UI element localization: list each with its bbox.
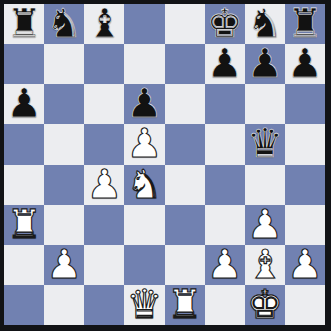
square-a3[interactable]: ♜ <box>4 205 44 245</box>
square-h5[interactable] <box>285 124 325 164</box>
square-e4[interactable] <box>165 165 205 205</box>
square-f3[interactable] <box>205 205 245 245</box>
square-a8[interactable]: ♜ <box>4 4 44 44</box>
black-knight[interactable]: ♞ <box>46 3 82 43</box>
square-h1[interactable] <box>285 285 325 325</box>
square-g6[interactable] <box>245 84 285 124</box>
square-h4[interactable] <box>285 165 325 205</box>
white-rook[interactable]: ♜ <box>167 284 203 324</box>
square-c3[interactable] <box>84 205 124 245</box>
square-d5[interactable]: ♟ <box>124 124 164 164</box>
black-rook[interactable]: ♜ <box>287 3 323 43</box>
square-g5[interactable]: ♛ <box>245 124 285 164</box>
square-d1[interactable]: ♛ <box>124 285 164 325</box>
black-pawn[interactable]: ♟ <box>287 43 323 83</box>
square-e7[interactable] <box>165 44 205 84</box>
square-e2[interactable] <box>165 245 205 285</box>
white-pawn[interactable]: ♟ <box>287 244 323 284</box>
square-g8[interactable]: ♞ <box>245 4 285 44</box>
square-d7[interactable] <box>124 44 164 84</box>
square-a7[interactable] <box>4 44 44 84</box>
square-f7[interactable]: ♟ <box>205 44 245 84</box>
black-bishop[interactable]: ♝ <box>86 3 122 43</box>
square-e5[interactable] <box>165 124 205 164</box>
square-f4[interactable] <box>205 165 245 205</box>
square-e6[interactable] <box>165 84 205 124</box>
square-a6[interactable]: ♟ <box>4 84 44 124</box>
square-e3[interactable] <box>165 205 205 245</box>
white-queen[interactable]: ♛ <box>127 284 163 324</box>
white-pawn[interactable]: ♟ <box>46 244 82 284</box>
square-f2[interactable]: ♟ <box>205 245 245 285</box>
white-pawn[interactable]: ♟ <box>127 123 163 163</box>
chess-board: ♜♞♝♚♞♜♟♟♟♟♟♟♛♟♞♜♟♟♟♝♟♛♜♚ <box>0 0 331 331</box>
square-a1[interactable] <box>4 285 44 325</box>
square-c2[interactable] <box>84 245 124 285</box>
square-b4[interactable] <box>44 165 84 205</box>
black-pawn[interactable]: ♟ <box>127 83 163 123</box>
white-knight[interactable]: ♞ <box>127 164 163 204</box>
square-b5[interactable] <box>44 124 84 164</box>
square-f1[interactable] <box>205 285 245 325</box>
square-b7[interactable] <box>44 44 84 84</box>
square-f5[interactable] <box>205 124 245 164</box>
square-c5[interactable] <box>84 124 124 164</box>
black-knight[interactable]: ♞ <box>247 3 283 43</box>
square-g3[interactable]: ♟ <box>245 205 285 245</box>
square-e8[interactable] <box>165 4 205 44</box>
black-pawn[interactable]: ♟ <box>6 83 42 123</box>
square-g7[interactable]: ♟ <box>245 44 285 84</box>
square-b2[interactable]: ♟ <box>44 245 84 285</box>
square-f6[interactable] <box>205 84 245 124</box>
square-a4[interactable] <box>4 165 44 205</box>
square-a2[interactable] <box>4 245 44 285</box>
square-c7[interactable] <box>84 44 124 84</box>
white-pawn[interactable]: ♟ <box>247 204 283 244</box>
square-g4[interactable] <box>245 165 285 205</box>
square-h7[interactable]: ♟ <box>285 44 325 84</box>
square-h6[interactable] <box>285 84 325 124</box>
square-a5[interactable] <box>4 124 44 164</box>
square-h3[interactable] <box>285 205 325 245</box>
square-c4[interactable]: ♟ <box>84 165 124 205</box>
square-b8[interactable]: ♞ <box>44 4 84 44</box>
square-c1[interactable] <box>84 285 124 325</box>
board-grid: ♜♞♝♚♞♜♟♟♟♟♟♟♛♟♞♜♟♟♟♝♟♛♜♚ <box>4 4 325 325</box>
black-rook[interactable]: ♜ <box>6 3 42 43</box>
black-king[interactable]: ♚ <box>207 3 243 43</box>
black-pawn[interactable]: ♟ <box>207 43 243 83</box>
square-c8[interactable]: ♝ <box>84 4 124 44</box>
white-rook[interactable]: ♜ <box>6 204 42 244</box>
square-h8[interactable]: ♜ <box>285 4 325 44</box>
square-d3[interactable] <box>124 205 164 245</box>
square-b3[interactable] <box>44 205 84 245</box>
white-king[interactable]: ♚ <box>247 284 283 324</box>
square-h2[interactable]: ♟ <box>285 245 325 285</box>
square-g2[interactable]: ♝ <box>245 245 285 285</box>
black-pawn[interactable]: ♟ <box>247 43 283 83</box>
white-bishop[interactable]: ♝ <box>247 244 283 284</box>
square-f8[interactable]: ♚ <box>205 4 245 44</box>
square-d8[interactable] <box>124 4 164 44</box>
square-d4[interactable]: ♞ <box>124 165 164 205</box>
black-queen[interactable]: ♛ <box>247 123 283 163</box>
white-pawn[interactable]: ♟ <box>86 164 122 204</box>
square-d6[interactable]: ♟ <box>124 84 164 124</box>
square-e1[interactable]: ♜ <box>165 285 205 325</box>
square-g1[interactable]: ♚ <box>245 285 285 325</box>
square-b6[interactable] <box>44 84 84 124</box>
square-d2[interactable] <box>124 245 164 285</box>
square-c6[interactable] <box>84 84 124 124</box>
white-pawn[interactable]: ♟ <box>207 244 243 284</box>
square-b1[interactable] <box>44 285 84 325</box>
